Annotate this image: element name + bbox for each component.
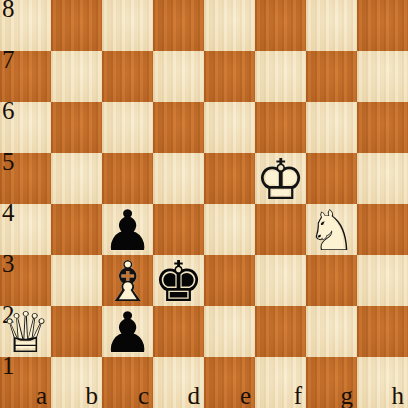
square-f4[interactable] (255, 204, 306, 255)
square-b6[interactable] (51, 102, 102, 153)
square-c1[interactable]: c (102, 357, 153, 408)
rank-label-3: 3 (2, 251, 15, 276)
square-g8[interactable] (306, 0, 357, 51)
square-a8[interactable]: 8 (0, 0, 51, 51)
white-queen-piece[interactable]: ♛♕ (0, 306, 51, 357)
square-g1[interactable]: g (306, 357, 357, 408)
black-king-glyph: ♚ (153, 255, 204, 306)
square-b7[interactable] (51, 51, 102, 102)
square-c3[interactable]: ♝♗ (102, 255, 153, 306)
black-pawn-glyph: ♟ (102, 204, 153, 255)
square-d2[interactable] (153, 306, 204, 357)
square-f8[interactable] (255, 0, 306, 51)
square-d1[interactable]: d (153, 357, 204, 408)
square-h4[interactable] (357, 204, 408, 255)
square-f5[interactable]: ♚♔ (255, 153, 306, 204)
square-e3[interactable] (204, 255, 255, 306)
square-a1[interactable]: 1a (0, 357, 51, 408)
white-bishop-outline-glyph: ♗ (102, 255, 153, 306)
black-king-piece[interactable]: ♚ (153, 255, 204, 306)
white-knight-outline-glyph: ♘ (306, 204, 357, 255)
square-h3[interactable] (357, 255, 408, 306)
square-b8[interactable] (51, 0, 102, 51)
rank-label-5: 5 (2, 149, 15, 174)
square-f2[interactable] (255, 306, 306, 357)
square-e2[interactable] (204, 306, 255, 357)
square-c4[interactable]: ♟ (102, 204, 153, 255)
square-e5[interactable] (204, 153, 255, 204)
white-knight-piece[interactable]: ♞♘ (306, 204, 357, 255)
chess-board: 8765♚♔4♟♞♘3♝♗♚2♛♕♟1abcdefgh (0, 0, 408, 408)
file-label-h: h (392, 383, 405, 408)
file-label-g: g (341, 383, 354, 408)
square-h2[interactable] (357, 306, 408, 357)
square-c7[interactable] (102, 51, 153, 102)
white-queen-outline-glyph: ♕ (0, 306, 51, 357)
rank-label-8: 8 (2, 0, 15, 21)
square-a2[interactable]: 2♛♕ (0, 306, 51, 357)
square-a4[interactable]: 4 (0, 204, 51, 255)
square-h7[interactable] (357, 51, 408, 102)
file-label-a: a (36, 383, 47, 408)
square-b2[interactable] (51, 306, 102, 357)
square-d4[interactable] (153, 204, 204, 255)
white-king-piece[interactable]: ♚♔ (255, 153, 306, 204)
square-d8[interactable] (153, 0, 204, 51)
square-h5[interactable] (357, 153, 408, 204)
square-e4[interactable] (204, 204, 255, 255)
square-g4[interactable]: ♞♘ (306, 204, 357, 255)
square-g6[interactable] (306, 102, 357, 153)
file-label-e: e (240, 383, 251, 408)
square-h6[interactable] (357, 102, 408, 153)
file-label-f: f (294, 383, 302, 408)
square-g2[interactable] (306, 306, 357, 357)
square-c2[interactable]: ♟ (102, 306, 153, 357)
white-king-outline-glyph: ♔ (255, 153, 306, 204)
square-e6[interactable] (204, 102, 255, 153)
square-e1[interactable]: e (204, 357, 255, 408)
white-bishop-piece[interactable]: ♝♗ (102, 255, 153, 306)
square-a5[interactable]: 5 (0, 153, 51, 204)
square-g7[interactable] (306, 51, 357, 102)
square-b3[interactable] (51, 255, 102, 306)
square-c6[interactable] (102, 102, 153, 153)
square-g3[interactable] (306, 255, 357, 306)
square-h8[interactable] (357, 0, 408, 51)
black-pawn-glyph: ♟ (102, 306, 153, 357)
file-label-d: d (188, 383, 201, 408)
file-label-c: c (138, 383, 149, 408)
square-c5[interactable] (102, 153, 153, 204)
square-g5[interactable] (306, 153, 357, 204)
file-label-b: b (86, 383, 99, 408)
square-f7[interactable] (255, 51, 306, 102)
square-a6[interactable]: 6 (0, 102, 51, 153)
square-e8[interactable] (204, 0, 255, 51)
square-f3[interactable] (255, 255, 306, 306)
square-b1[interactable]: b (51, 357, 102, 408)
rank-label-4: 4 (2, 200, 15, 225)
square-f1[interactable]: f (255, 357, 306, 408)
rank-label-6: 6 (2, 98, 15, 123)
rank-label-7: 7 (2, 47, 15, 72)
square-d7[interactable] (153, 51, 204, 102)
black-pawn-piece[interactable]: ♟ (102, 204, 153, 255)
square-b5[interactable] (51, 153, 102, 204)
square-d3[interactable]: ♚ (153, 255, 204, 306)
black-pawn-piece[interactable]: ♟ (102, 306, 153, 357)
square-f6[interactable] (255, 102, 306, 153)
square-d6[interactable] (153, 102, 204, 153)
square-c8[interactable] (102, 0, 153, 51)
square-b4[interactable] (51, 204, 102, 255)
square-a3[interactable]: 3 (0, 255, 51, 306)
square-a7[interactable]: 7 (0, 51, 51, 102)
square-e7[interactable] (204, 51, 255, 102)
square-d5[interactable] (153, 153, 204, 204)
square-h1[interactable]: h (357, 357, 408, 408)
